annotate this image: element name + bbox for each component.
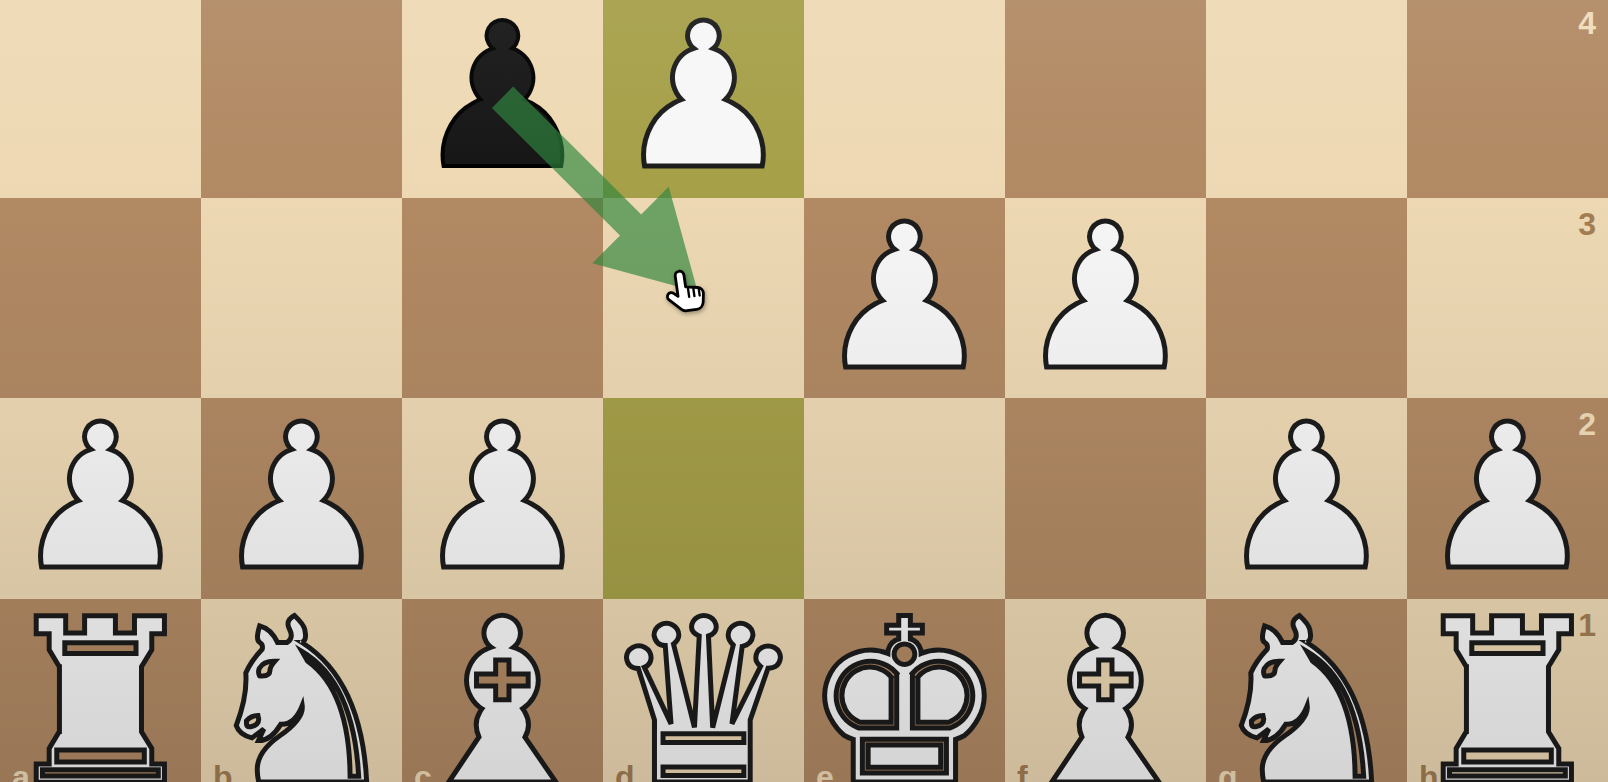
square-h1[interactable]: ♜1h [1407, 599, 1608, 782]
square-d2[interactable] [603, 398, 804, 599]
square-a3[interactable] [0, 198, 201, 399]
square-g4[interactable] [1206, 0, 1407, 198]
square-e3[interactable]: ♟ [804, 198, 1005, 399]
square-f1[interactable]: ♝f [1005, 599, 1206, 782]
square-c4[interactable]: ♟ [402, 0, 603, 198]
black-pawn[interactable]: ♟ [402, 0, 603, 198]
square-g3[interactable] [1206, 198, 1407, 399]
white-pawn[interactable]: ♟ [402, 398, 603, 599]
white-pawn[interactable]: ♟ [1005, 198, 1206, 399]
square-e1[interactable]: ♚e [804, 599, 1005, 782]
square-f3[interactable]: ♟ [1005, 198, 1206, 399]
white-rook[interactable]: ♜ [1407, 603, 1608, 782]
square-h2[interactable]: ♟2 [1407, 398, 1608, 599]
white-bishop[interactable]: ♝ [1005, 603, 1206, 782]
square-h4[interactable]: 4 [1407, 0, 1608, 198]
rank-label-4: 4 [1578, 7, 1596, 39]
square-b1[interactable]: ♞b [201, 599, 402, 782]
white-pawn[interactable]: ♟ [804, 198, 1005, 399]
square-g1[interactable]: ♞g [1206, 599, 1407, 782]
square-c1[interactable]: ♝c [402, 599, 603, 782]
square-d3[interactable] [603, 198, 804, 399]
white-pawn[interactable]: ♟ [1407, 398, 1608, 599]
square-e4[interactable] [804, 0, 1005, 198]
white-pawn[interactable]: ♟ [0, 398, 201, 599]
square-f2[interactable] [1005, 398, 1206, 599]
white-rook[interactable]: ♜ [0, 603, 201, 782]
square-b2[interactable]: ♟ [201, 398, 402, 599]
square-a4[interactable] [0, 0, 201, 198]
white-king[interactable]: ♚ [804, 603, 1005, 782]
square-g2[interactable]: ♟ [1206, 398, 1407, 599]
white-knight[interactable]: ♞ [201, 603, 402, 782]
white-queen[interactable]: ♛ [603, 603, 804, 782]
square-d4[interactable]: ♟ [603, 0, 804, 198]
square-b3[interactable] [201, 198, 402, 399]
square-e2[interactable] [804, 398, 1005, 599]
board-grid: ♟♟4♟♟3♟♟♟♟♟2♜a♞b♝c♛d♚e♝f♞g♜1h [0, 0, 1608, 782]
square-d1[interactable]: ♛d [603, 599, 804, 782]
white-pawn[interactable]: ♟ [201, 398, 402, 599]
square-c3[interactable] [402, 198, 603, 399]
white-pawn[interactable]: ♟ [603, 0, 804, 198]
square-b4[interactable] [201, 0, 402, 198]
chess-board: ♟♟4♟♟3♟♟♟♟♟2♜a♞b♝c♛d♚e♝f♞g♜1h [0, 0, 1608, 782]
white-bishop[interactable]: ♝ [402, 603, 603, 782]
white-pawn[interactable]: ♟ [1206, 398, 1407, 599]
white-knight[interactable]: ♞ [1206, 603, 1407, 782]
square-h3[interactable]: 3 [1407, 198, 1608, 399]
square-f4[interactable] [1005, 0, 1206, 198]
square-a1[interactable]: ♜a [0, 599, 201, 782]
square-a2[interactable]: ♟ [0, 398, 201, 599]
rank-label-3: 3 [1578, 208, 1596, 240]
square-c2[interactable]: ♟ [402, 398, 603, 599]
